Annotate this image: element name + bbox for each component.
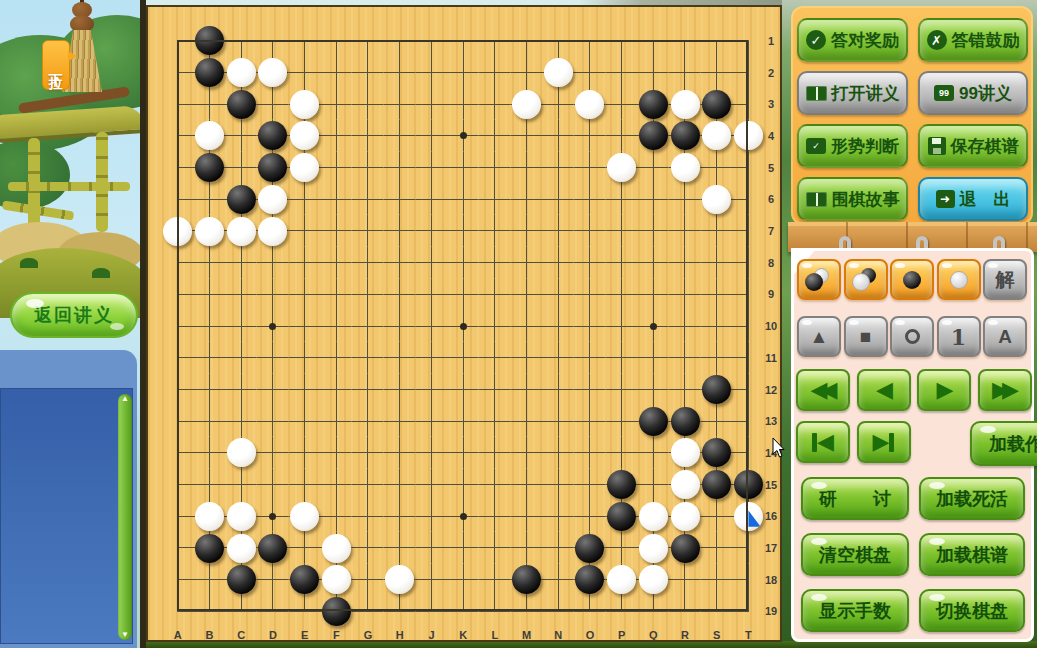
board-point-G4[interactable] [352,120,384,152]
board-point-L3[interactable] [479,88,511,120]
board-point-E17[interactable] [289,532,321,564]
board-point-Q1[interactable] [637,25,669,57]
board-point-R7[interactable] [669,215,701,247]
board-point-D14[interactable] [257,437,289,469]
alt-white-first-stones-button[interactable] [844,259,888,300]
board-point-D19[interactable] [257,595,289,627]
board-point-F9[interactable] [320,279,352,311]
board-point-Q6[interactable] [637,183,669,215]
board-point-R10[interactable] [669,310,701,342]
board-point-A12[interactable] [162,374,194,406]
board-point-S13[interactable] [701,405,733,437]
board-point-C1[interactable] [225,25,257,57]
board-point-O1[interactable] [574,25,606,57]
board-point-Q8[interactable] [637,247,669,279]
board-point-A16[interactable] [162,500,194,532]
board-point-H2[interactable] [384,57,416,89]
to-end-button[interactable]: ▶ [857,421,911,463]
board-point-B12[interactable] [194,374,226,406]
board-point-Q11[interactable] [637,342,669,374]
board-point-C8[interactable] [225,247,257,279]
board-point-M1[interactable] [511,25,543,57]
board-point-G11[interactable] [352,342,384,374]
board-point-K6[interactable] [447,183,479,215]
board-point-N1[interactable] [542,25,574,57]
menu-button-2[interactable]: ✗答错鼓励 [918,18,1028,62]
board-point-S8[interactable] [701,247,733,279]
board-point-E14[interactable] [289,437,321,469]
board-point-J14[interactable] [416,437,448,469]
board-point-R8[interactable] [669,247,701,279]
board-point-S2[interactable] [701,57,733,89]
board-point-S19[interactable] [701,595,733,627]
board-point-K13[interactable] [447,405,479,437]
board-point-N13[interactable] [542,405,574,437]
board-point-M10[interactable] [511,310,543,342]
board-point-K11[interactable] [447,342,479,374]
board-point-H11[interactable] [384,342,416,374]
board-point-J16[interactable] [416,500,448,532]
board-point-P14[interactable] [606,437,638,469]
board-point-B13[interactable] [194,405,226,437]
board-point-K9[interactable] [447,279,479,311]
menu-button-1[interactable]: ✓答对奖励 [797,18,908,62]
board-point-B19[interactable] [194,595,226,627]
board-point-B11[interactable] [194,342,226,374]
board-point-N5[interactable] [542,152,574,184]
board-point-O19[interactable] [574,595,606,627]
board-point-J13[interactable] [416,405,448,437]
board-point-M19[interactable] [511,595,543,627]
board-point-J1[interactable] [416,25,448,57]
board-point-L9[interactable] [479,279,511,311]
board-point-N17[interactable] [542,532,574,564]
board-point-L17[interactable] [479,532,511,564]
board-point-G3[interactable] [352,88,384,120]
board-point-F16[interactable] [320,500,352,532]
board-point-C12[interactable] [225,374,257,406]
board-point-L14[interactable] [479,437,511,469]
board-point-B6[interactable] [194,183,226,215]
board-point-A9[interactable] [162,279,194,311]
circle-mark-button[interactable] [890,316,934,357]
board-point-H9[interactable] [384,279,416,311]
board-point-R1[interactable] [669,25,701,57]
board-point-Q2[interactable] [637,57,669,89]
board-point-G6[interactable] [352,183,384,215]
board-point-H8[interactable] [384,247,416,279]
board-point-B9[interactable] [194,279,226,311]
board-point-H16[interactable] [384,500,416,532]
board-point-O12[interactable] [574,374,606,406]
board-point-D9[interactable] [257,279,289,311]
board-point-P9[interactable] [606,279,638,311]
board-point-H17[interactable] [384,532,416,564]
board-point-S18[interactable] [701,564,733,596]
board-point-H10[interactable] [384,310,416,342]
board-point-N7[interactable] [542,215,574,247]
board-point-H19[interactable] [384,595,416,627]
board-point-L10[interactable] [479,310,511,342]
board-point-K1[interactable] [447,25,479,57]
board-point-H1[interactable] [384,25,416,57]
board-point-L1[interactable] [479,25,511,57]
board-point-A14[interactable] [162,437,194,469]
step-forward-button[interactable]: ▶ [917,369,971,411]
board-point-J7[interactable] [416,215,448,247]
board-point-L16[interactable] [479,500,511,532]
board-point-F2[interactable] [320,57,352,89]
board-point-R2[interactable] [669,57,701,89]
board-point-R12[interactable] [669,374,701,406]
board-point-P4[interactable] [606,120,638,152]
board-point-L11[interactable] [479,342,511,374]
board-point-H5[interactable] [384,152,416,184]
board-point-M13[interactable] [511,405,543,437]
board-point-N6[interactable] [542,183,574,215]
action-button-5[interactable]: 加载棋谱 [919,533,1025,576]
board-point-L19[interactable] [479,595,511,627]
board-point-P17[interactable] [606,532,638,564]
action-button-3[interactable]: 加载死活 [919,477,1025,520]
scroll-down-icon[interactable]: ▼ [121,630,129,640]
board-point-L6[interactable] [479,183,511,215]
board-point-L7[interactable] [479,215,511,247]
board-point-B8[interactable] [194,247,226,279]
board-point-R11[interactable] [669,342,701,374]
board-point-G17[interactable] [352,532,384,564]
board-point-E19[interactable] [289,595,321,627]
board-point-C5[interactable] [225,152,257,184]
action-button-7[interactable]: 切换棋盘 [919,589,1025,632]
board-point-F5[interactable] [320,152,352,184]
board-point-P19[interactable] [606,595,638,627]
board-point-S1[interactable] [701,25,733,57]
board-point-N11[interactable] [542,342,574,374]
board-point-L13[interactable] [479,405,511,437]
board-point-F8[interactable] [320,247,352,279]
board-point-A13[interactable] [162,405,194,437]
board-point-N9[interactable] [542,279,574,311]
board-point-J10[interactable] [416,310,448,342]
board-point-L12[interactable] [479,374,511,406]
board-point-S7[interactable] [701,215,733,247]
board-point-J17[interactable] [416,532,448,564]
board-point-R9[interactable] [669,279,701,311]
board-point-M4[interactable] [511,120,543,152]
board-point-M12[interactable] [511,374,543,406]
board-point-A10[interactable] [162,310,194,342]
board-point-G16[interactable] [352,500,384,532]
board-point-D15[interactable] [257,469,289,501]
action-button-2[interactable]: 研 讨 [801,477,909,520]
board-point-N4[interactable] [542,120,574,152]
board-point-J18[interactable] [416,564,448,596]
letter-mark-button[interactable]: A [983,316,1027,357]
board-point-D3[interactable] [257,88,289,120]
scrollbar[interactable]: ▲ ▼ [118,394,132,640]
board-point-F7[interactable] [320,215,352,247]
board-point-M14[interactable] [511,437,543,469]
board-point-K15[interactable] [447,469,479,501]
board-point-P10[interactable] [606,310,638,342]
board-point-A11[interactable] [162,342,194,374]
fast-forward-button[interactable]: ▶▶ [978,369,1032,411]
board-point-Q7[interactable] [637,215,669,247]
board-point-H6[interactable] [384,183,416,215]
board-point-B3[interactable] [194,88,226,120]
board-point-A4[interactable] [162,120,194,152]
board-point-P11[interactable] [606,342,638,374]
board-point-L5[interactable] [479,152,511,184]
board-point-K17[interactable] [447,532,479,564]
board-point-J12[interactable] [416,374,448,406]
menu-button-5[interactable]: ✓形势判断 [797,124,908,168]
board-point-J15[interactable] [416,469,448,501]
board-point-A19[interactable] [162,595,194,627]
board-point-D8[interactable] [257,247,289,279]
board-point-E1[interactable] [289,25,321,57]
board-point-O5[interactable] [574,152,606,184]
board-point-O14[interactable] [574,437,606,469]
board-point-F15[interactable] [320,469,352,501]
board-point-G5[interactable] [352,152,384,184]
step-backward-button[interactable]: ◀ [857,369,911,411]
board-point-H7[interactable] [384,215,416,247]
menu-button-8[interactable]: ➜退 出 [918,177,1028,221]
board-point-G18[interactable] [352,564,384,596]
board-point-M16[interactable] [511,500,543,532]
menu-button-7[interactable]: 围棋故事 [797,177,908,221]
board-point-Q19[interactable] [637,595,669,627]
board-point-S5[interactable] [701,152,733,184]
board-point-A17[interactable] [162,532,194,564]
board-point-N10[interactable] [542,310,574,342]
board-point-D1[interactable] [257,25,289,57]
board-point-P13[interactable] [606,405,638,437]
board-point-F11[interactable] [320,342,352,374]
board-point-C10[interactable] [225,310,257,342]
board-point-L4[interactable] [479,120,511,152]
board-point-K12[interactable] [447,374,479,406]
board-point-J6[interactable] [416,183,448,215]
board-point-B15[interactable] [194,469,226,501]
board-point-K8[interactable] [447,247,479,279]
board-point-G8[interactable] [352,247,384,279]
board-point-L15[interactable] [479,469,511,501]
board-point-K3[interactable] [447,88,479,120]
board-point-C11[interactable] [225,342,257,374]
board-point-O11[interactable] [574,342,606,374]
board-point-K7[interactable] [447,215,479,247]
board-point-Q9[interactable] [637,279,669,311]
board-point-Q14[interactable] [637,437,669,469]
board-point-P7[interactable] [606,215,638,247]
board-point-E7[interactable] [289,215,321,247]
board-point-K18[interactable] [447,564,479,596]
board-point-E11[interactable] [289,342,321,374]
board-point-G12[interactable] [352,374,384,406]
board-point-C19[interactable] [225,595,257,627]
board-point-J2[interactable] [416,57,448,89]
board-point-P3[interactable] [606,88,638,120]
board-point-G1[interactable] [352,25,384,57]
board-point-O15[interactable] [574,469,606,501]
board-point-E9[interactable] [289,279,321,311]
square-mark-button[interactable]: ■ [844,316,888,357]
board-point-F10[interactable] [320,310,352,342]
number-mark-button[interactable]: 1 [937,316,981,357]
board-point-O8[interactable] [574,247,606,279]
board-point-J5[interactable] [416,152,448,184]
board-point-L2[interactable] [479,57,511,89]
board-point-F1[interactable] [320,25,352,57]
board-point-N12[interactable] [542,374,574,406]
board-point-M5[interactable] [511,152,543,184]
board-point-N18[interactable] [542,564,574,596]
board-point-M7[interactable] [511,215,543,247]
board-point-C13[interactable] [225,405,257,437]
board-point-D18[interactable] [257,564,289,596]
board-point-M9[interactable] [511,279,543,311]
board-point-E6[interactable] [289,183,321,215]
board-point-O10[interactable] [574,310,606,342]
board-point-F14[interactable] [320,437,352,469]
board-point-E10[interactable] [289,310,321,342]
board-point-E13[interactable] [289,405,321,437]
board-point-J9[interactable] [416,279,448,311]
board-point-O13[interactable] [574,405,606,437]
action-button-1[interactable]: 加载作业 [970,421,1037,466]
action-button-6[interactable]: 显示手数 [801,589,909,632]
board-point-G10[interactable] [352,310,384,342]
board-point-N19[interactable] [542,595,574,627]
board-point-M11[interactable] [511,342,543,374]
board-point-S10[interactable] [701,310,733,342]
board-point-A3[interactable] [162,88,194,120]
board-point-C9[interactable] [225,279,257,311]
board-point-G15[interactable] [352,469,384,501]
board-point-A15[interactable] [162,469,194,501]
board-point-M8[interactable] [511,247,543,279]
board-point-A2[interactable] [162,57,194,89]
board-point-M2[interactable] [511,57,543,89]
board-point-M6[interactable] [511,183,543,215]
board-point-N14[interactable] [542,437,574,469]
board-point-C15[interactable] [225,469,257,501]
board-point-F13[interactable] [320,405,352,437]
board-point-S16[interactable] [701,500,733,532]
board-point-D13[interactable] [257,405,289,437]
board-point-O6[interactable] [574,183,606,215]
board-point-D11[interactable] [257,342,289,374]
board-point-B18[interactable] [194,564,226,596]
triangle-mark-button[interactable]: ▲ [797,316,841,357]
board-point-O9[interactable] [574,279,606,311]
board-point-O16[interactable] [574,500,606,532]
board-point-B14[interactable] [194,437,226,469]
board-point-J8[interactable] [416,247,448,279]
board-point-H15[interactable] [384,469,416,501]
board-point-P2[interactable] [606,57,638,89]
board-point-H3[interactable] [384,88,416,120]
board-point-A6[interactable] [162,183,194,215]
board-point-H4[interactable] [384,120,416,152]
board-point-P12[interactable] [606,374,638,406]
board-point-G14[interactable] [352,437,384,469]
menu-button-4[interactable]: 9999讲义 [918,71,1028,115]
board-point-S9[interactable] [701,279,733,311]
board-point-G9[interactable] [352,279,384,311]
board-point-G13[interactable] [352,405,384,437]
board-point-J3[interactable] [416,88,448,120]
board-point-G2[interactable] [352,57,384,89]
board-point-J4[interactable] [416,120,448,152]
board-point-S11[interactable] [701,342,733,374]
alt-black-first-stones-button[interactable] [797,259,841,300]
board-point-F4[interactable] [320,120,352,152]
board-point-L8[interactable] [479,247,511,279]
board-point-L18[interactable] [479,564,511,596]
board-point-H13[interactable] [384,405,416,437]
board-point-O4[interactable] [574,120,606,152]
board-point-J19[interactable] [416,595,448,627]
board-point-M15[interactable] [511,469,543,501]
board-point-P8[interactable] [606,247,638,279]
board-point-F6[interactable] [320,183,352,215]
board-point-E2[interactable] [289,57,321,89]
board-point-P6[interactable] [606,183,638,215]
white-stone-button[interactable] [937,259,981,300]
board-point-N8[interactable] [542,247,574,279]
board-point-Q5[interactable] [637,152,669,184]
board-point-O7[interactable] [574,215,606,247]
board-point-F3[interactable] [320,88,352,120]
board-point-F12[interactable] [320,374,352,406]
board-point-N15[interactable] [542,469,574,501]
board-point-A18[interactable] [162,564,194,596]
board-point-M17[interactable] [511,532,543,564]
board-point-E8[interactable] [289,247,321,279]
board-point-C4[interactable] [225,120,257,152]
board-point-Q12[interactable] [637,374,669,406]
menu-button-3[interactable]: 打开讲义 [797,71,908,115]
board-point-E15[interactable] [289,469,321,501]
board-point-E12[interactable] [289,374,321,406]
pull-down-tab[interactable]: 下拉 [42,40,70,90]
board-point-K19[interactable] [447,595,479,627]
return-to-lecture-button[interactable]: 返回讲义 [10,292,138,338]
board-point-B10[interactable] [194,310,226,342]
board-point-N3[interactable] [542,88,574,120]
board-point-H12[interactable] [384,374,416,406]
action-button-4[interactable]: 清空棋盘 [801,533,909,576]
board-point-G19[interactable] [352,595,384,627]
board-point-R19[interactable] [669,595,701,627]
menu-button-6[interactable]: 保存棋谱 [918,124,1028,168]
scroll-up-icon[interactable]: ▲ [121,394,129,404]
board-point-K5[interactable] [447,152,479,184]
solve-button[interactable]: 解 [983,259,1027,300]
board-point-S17[interactable] [701,532,733,564]
board-point-A5[interactable] [162,152,194,184]
board-point-H14[interactable] [384,437,416,469]
board-point-D12[interactable] [257,374,289,406]
board-point-R18[interactable] [669,564,701,596]
black-stone-button[interactable] [890,259,934,300]
board-point-G7[interactable] [352,215,384,247]
board-point-K2[interactable] [447,57,479,89]
